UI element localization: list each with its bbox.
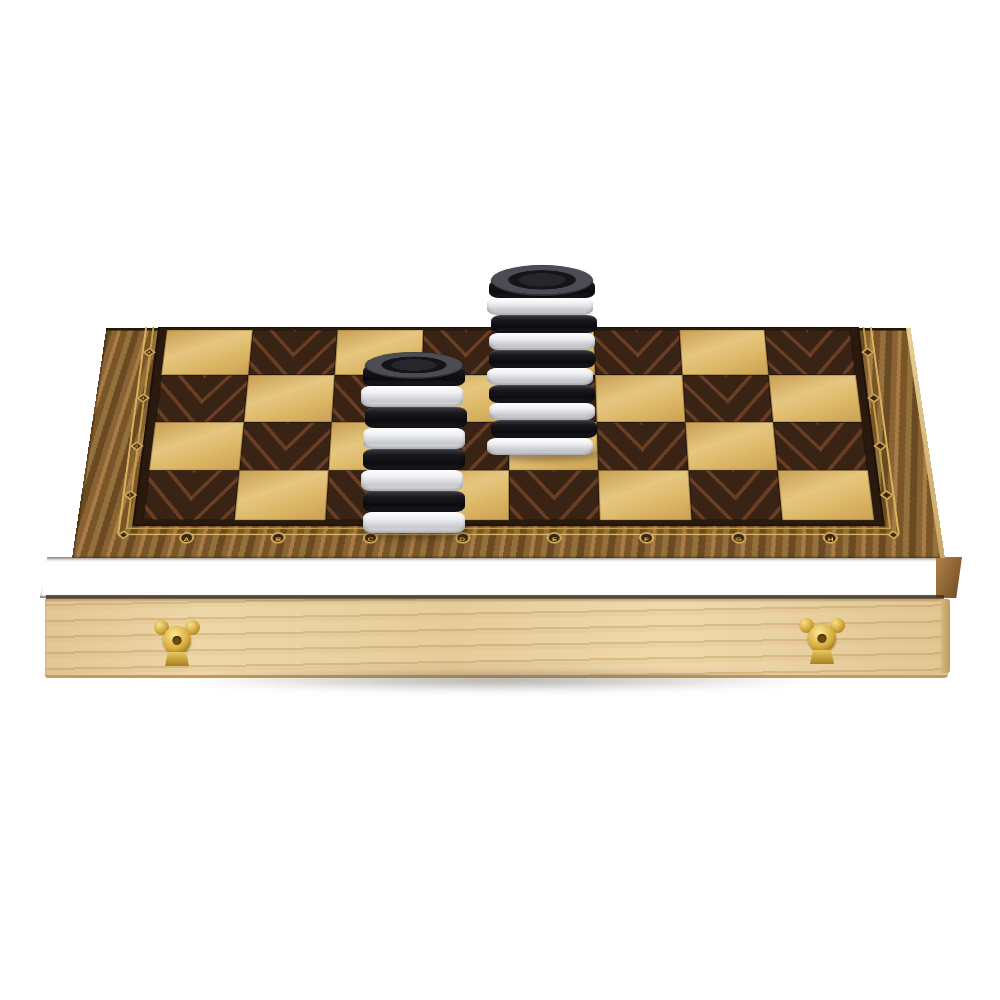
product-photo-scene: ABCDEFGH 4321 [0, 0, 1000, 1000]
square-h3[interactable] [769, 375, 862, 422]
rank-label-4: 4 [143, 348, 156, 357]
file-label-h: H [822, 532, 838, 543]
board-right-bevel [906, 328, 945, 558]
square-g3[interactable] [682, 375, 773, 422]
white-checker-piece[interactable] [489, 333, 595, 351]
rank-label-3: 3 [136, 393, 149, 403]
white-checker-piece[interactable] [487, 368, 593, 386]
square-h2[interactable] [773, 422, 867, 470]
white-checker-piece[interactable] [363, 512, 465, 533]
square-a2[interactable] [149, 422, 243, 470]
black-checker-piece[interactable] [363, 491, 465, 512]
lid-corner-bevel [936, 557, 962, 598]
white-checker-piece[interactable] [487, 298, 593, 316]
square-f1[interactable] [598, 470, 691, 520]
square-f3[interactable] [595, 375, 685, 422]
rank-ornament-icon [861, 348, 874, 357]
file-label-f: F [639, 532, 654, 543]
lid-side-walnut-strip [40, 557, 948, 598]
square-b4[interactable] [248, 330, 338, 375]
square-b1[interactable] [234, 470, 329, 520]
square-f2[interactable] [597, 422, 688, 470]
checker-stack-left[interactable] [363, 365, 465, 533]
file-label-b: B [271, 532, 287, 543]
black-checker-piece[interactable] [489, 280, 595, 298]
file-labels-row: ABCDEFGH [140, 531, 878, 545]
white-checker-piece[interactable] [361, 470, 463, 491]
black-checker-piece[interactable] [489, 385, 595, 403]
black-checker-piece[interactable] [491, 420, 597, 438]
black-checker-piece[interactable] [363, 449, 465, 470]
white-checker-piece[interactable] [487, 438, 593, 456]
square-h4[interactable] [765, 330, 856, 375]
square-a1[interactable] [143, 470, 239, 520]
square-a4[interactable] [161, 330, 252, 375]
checker-top-face-icon [491, 265, 593, 296]
square-g4[interactable] [679, 330, 769, 375]
black-checker-piece[interactable] [491, 315, 597, 333]
black-checker-piece[interactable] [489, 350, 595, 368]
file-label-e: E [547, 532, 562, 543]
square-b2[interactable] [239, 422, 332, 470]
brass-clasp-right[interactable] [793, 616, 851, 666]
box-right-end [941, 599, 950, 673]
file-label-a: A [179, 532, 195, 543]
rank-label-2: 2 [130, 441, 144, 451]
clasp-base-icon [810, 650, 834, 664]
rank-ornament-icon [880, 490, 894, 500]
square-f4[interactable] [594, 330, 682, 375]
square-b3[interactable] [244, 375, 335, 422]
checker-top-face-icon [365, 352, 463, 379]
black-checker-piece[interactable] [365, 407, 467, 428]
square-h1[interactable] [778, 470, 874, 520]
square-g2[interactable] [685, 422, 778, 470]
clasp-base-icon [165, 652, 189, 666]
square-a3[interactable] [155, 375, 248, 422]
black-checker-piece[interactable] [363, 365, 465, 386]
checker-stack-right[interactable] [489, 280, 595, 455]
clasp-keyhole-icon [818, 634, 827, 643]
file-label-g: G [731, 532, 747, 543]
white-checker-piece[interactable] [363, 428, 465, 449]
white-checker-piece[interactable] [361, 386, 463, 407]
rank-ornament-icon [867, 393, 880, 403]
ground-shadow [55, 668, 943, 698]
rank-ornament-icon [873, 441, 887, 451]
white-checker-piece[interactable] [489, 403, 595, 421]
clasp-keyhole-icon [173, 636, 182, 645]
square-g1[interactable] [688, 470, 783, 520]
box-left-edge-notches [41, 604, 55, 664]
square-e1[interactable] [509, 470, 600, 520]
brass-clasp-left[interactable] [148, 618, 206, 668]
rank-label-1: 1 [123, 490, 137, 500]
